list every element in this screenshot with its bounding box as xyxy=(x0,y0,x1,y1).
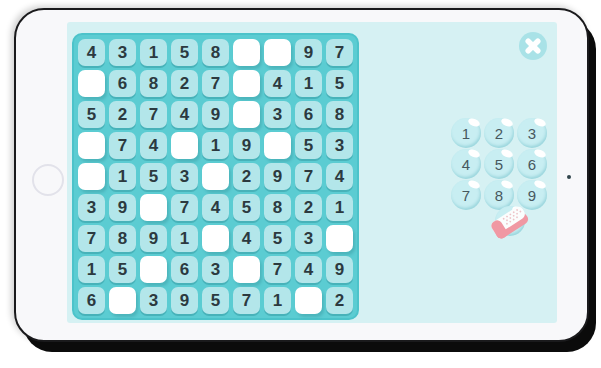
cell-r3c4: 4 xyxy=(171,101,198,128)
cell-r3c5: 9 xyxy=(202,101,229,128)
cell-r5c1[interactable] xyxy=(78,163,105,190)
cell-r8c8: 4 xyxy=(295,256,322,283)
eraser-icon xyxy=(488,206,532,242)
numpad-key-label: 4 xyxy=(462,157,470,172)
cell-r4c6: 9 xyxy=(233,132,260,159)
cell-r9c4: 9 xyxy=(171,287,198,314)
cell-r6c7: 8 xyxy=(264,194,291,221)
close-icon xyxy=(519,32,547,60)
cell-r6c1: 3 xyxy=(78,194,105,221)
cell-r5c4: 3 xyxy=(171,163,198,190)
eraser-button[interactable] xyxy=(495,206,525,236)
numpad-key-label: 1 xyxy=(462,126,470,141)
numpad-key-label: 8 xyxy=(495,188,503,203)
numpad-key-9[interactable]: 9 xyxy=(517,180,547,210)
numpad-key-2[interactable]: 2 xyxy=(484,118,514,148)
cell-r8c6[interactable] xyxy=(233,256,260,283)
cell-r5c9: 4 xyxy=(326,163,353,190)
cell-r2c6[interactable] xyxy=(233,70,260,97)
numpad-key-6[interactable]: 6 xyxy=(517,149,547,179)
cell-r9c9: 2 xyxy=(326,287,353,314)
cell-r5c8: 7 xyxy=(295,163,322,190)
cell-r7c5[interactable] xyxy=(202,225,229,252)
cell-r4c2: 7 xyxy=(109,132,136,159)
cell-r9c3: 3 xyxy=(140,287,167,314)
cell-r7c6: 4 xyxy=(233,225,260,252)
numpad-key-7[interactable]: 7 xyxy=(451,180,481,210)
cell-r7c3: 9 xyxy=(140,225,167,252)
numpad-key-3[interactable]: 3 xyxy=(517,118,547,148)
numpad-key-label: 3 xyxy=(528,126,536,141)
cell-r7c7: 5 xyxy=(264,225,291,252)
cell-r9c5: 5 xyxy=(202,287,229,314)
home-button xyxy=(32,164,64,196)
cell-r9c7: 1 xyxy=(264,287,291,314)
tablet-frame: 4315897682741552749368741953153297439745… xyxy=(14,8,589,342)
cell-r4c8: 5 xyxy=(295,132,322,159)
numpad-key-4[interactable]: 4 xyxy=(451,149,481,179)
cell-r8c9: 9 xyxy=(326,256,353,283)
cell-r6c3[interactable] xyxy=(140,194,167,221)
cell-r5c5[interactable] xyxy=(202,163,229,190)
cell-r6c8: 2 xyxy=(295,194,322,221)
cell-r7c9[interactable] xyxy=(326,225,353,252)
cell-r1c8: 9 xyxy=(295,39,322,66)
cell-r9c1: 6 xyxy=(78,287,105,314)
sudoku-board: 4315897682741552749368741953153297439745… xyxy=(72,33,359,320)
cell-r1c4: 5 xyxy=(171,39,198,66)
cell-r2c1[interactable] xyxy=(78,70,105,97)
cell-r3c9: 8 xyxy=(326,101,353,128)
cell-r6c4: 7 xyxy=(171,194,198,221)
numpad-key-1[interactable]: 1 xyxy=(451,118,481,148)
cell-r1c7[interactable] xyxy=(264,39,291,66)
cell-r4c5: 1 xyxy=(202,132,229,159)
page-background: 4315897682741552749368741953153297439745… xyxy=(0,0,601,368)
cell-r3c3: 7 xyxy=(140,101,167,128)
cell-r1c1: 4 xyxy=(78,39,105,66)
cell-r1c3: 1 xyxy=(140,39,167,66)
cell-r8c3[interactable] xyxy=(140,256,167,283)
cell-r8c5: 3 xyxy=(202,256,229,283)
cell-r8c7: 7 xyxy=(264,256,291,283)
cell-r8c1: 1 xyxy=(78,256,105,283)
cell-r9c2[interactable] xyxy=(109,287,136,314)
cell-r2c7: 4 xyxy=(264,70,291,97)
cell-r6c9: 1 xyxy=(326,194,353,221)
cell-r4c7[interactable] xyxy=(264,132,291,159)
cell-r9c8[interactable] xyxy=(295,287,322,314)
cell-r9c6: 7 xyxy=(233,287,260,314)
cell-r2c3: 8 xyxy=(140,70,167,97)
cell-r2c2: 6 xyxy=(109,70,136,97)
cell-r7c1: 7 xyxy=(78,225,105,252)
cell-r2c4: 2 xyxy=(171,70,198,97)
game-screen: 4315897682741552749368741953153297439745… xyxy=(67,22,557,323)
cell-r3c6[interactable] xyxy=(233,101,260,128)
cell-r4c1[interactable] xyxy=(78,132,105,159)
cell-r6c6: 5 xyxy=(233,194,260,221)
numpad-key-label: 5 xyxy=(495,157,503,172)
cell-r6c5: 4 xyxy=(202,194,229,221)
cell-r1c6[interactable] xyxy=(233,39,260,66)
cell-r5c6: 2 xyxy=(233,163,260,190)
cell-r7c4: 1 xyxy=(171,225,198,252)
numpad-key-label: 2 xyxy=(495,126,503,141)
camera-dot xyxy=(567,175,571,179)
cell-r1c2: 3 xyxy=(109,39,136,66)
cell-r2c8: 1 xyxy=(295,70,322,97)
cell-r7c2: 8 xyxy=(109,225,136,252)
cell-r8c4: 6 xyxy=(171,256,198,283)
cell-r1c9: 7 xyxy=(326,39,353,66)
numpad-key-label: 9 xyxy=(528,188,536,203)
cell-r4c4[interactable] xyxy=(171,132,198,159)
cell-r5c2: 1 xyxy=(109,163,136,190)
cell-r3c2: 2 xyxy=(109,101,136,128)
numpad-key-label: 7 xyxy=(462,188,470,203)
cell-r8c2: 5 xyxy=(109,256,136,283)
close-button[interactable] xyxy=(519,32,547,60)
cell-r2c9: 5 xyxy=(326,70,353,97)
cell-r3c7: 3 xyxy=(264,101,291,128)
numpad-key-5[interactable]: 5 xyxy=(484,149,514,179)
cell-r1c5: 8 xyxy=(202,39,229,66)
cell-r2c5: 7 xyxy=(202,70,229,97)
numpad-key-label: 6 xyxy=(528,157,536,172)
cell-r4c3: 4 xyxy=(140,132,167,159)
cell-r6c2: 9 xyxy=(109,194,136,221)
cell-r3c8: 6 xyxy=(295,101,322,128)
number-pad: 123456789 xyxy=(451,118,547,210)
cell-r7c8: 3 xyxy=(295,225,322,252)
cell-r4c9: 3 xyxy=(326,132,353,159)
cell-r5c3: 5 xyxy=(140,163,167,190)
cell-r3c1: 5 xyxy=(78,101,105,128)
cell-r5c7: 9 xyxy=(264,163,291,190)
